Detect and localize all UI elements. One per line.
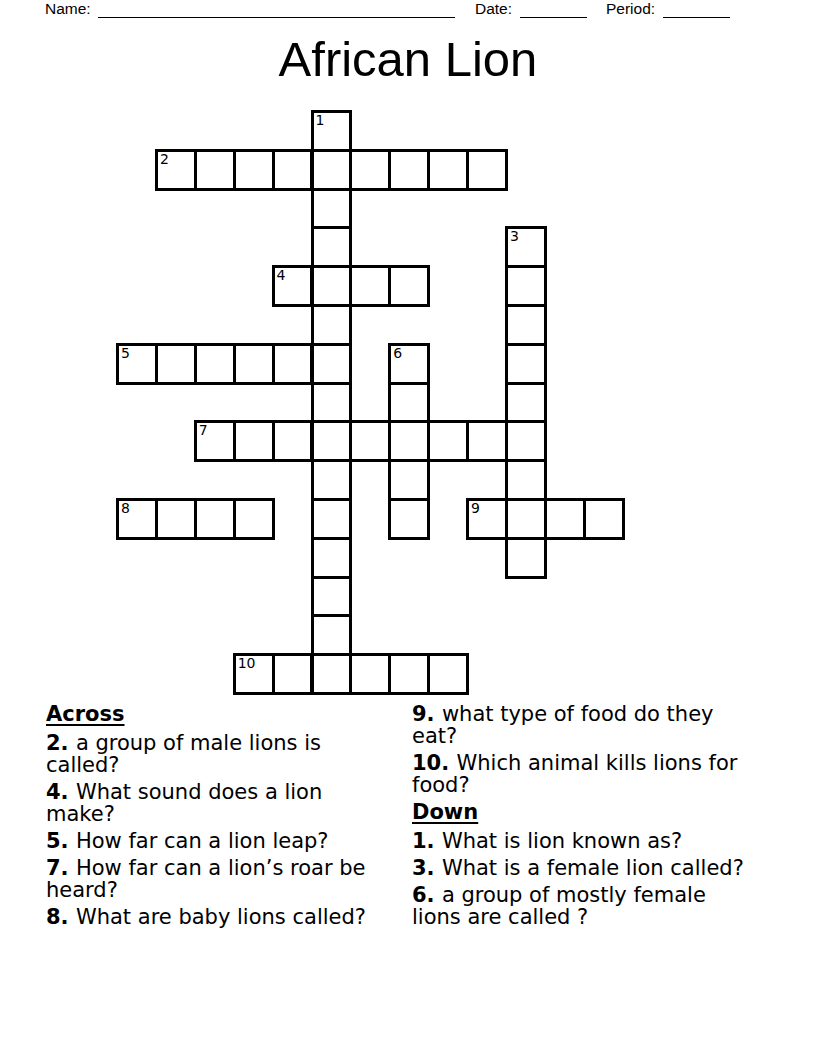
crossword-cell-r14c8[interactable]	[427, 653, 469, 695]
crossword-cell-r8c4[interactable]	[272, 420, 314, 462]
crossword-cell-r13c5[interactable]	[311, 614, 353, 656]
crossword-cell-r6c7[interactable]: 6	[388, 343, 430, 385]
clue-9: 9. what type of food do theyeat?	[412, 703, 744, 747]
crossword-cell-r8c5[interactable]	[311, 420, 353, 462]
crossword-cell-r1c4[interactable]	[272, 149, 314, 191]
cell-number-8: 8	[121, 501, 130, 516]
clues-heading-across: Across	[46, 703, 366, 725]
crossword-cell-r9c7[interactable]	[388, 459, 430, 501]
crossword-cell-r6c3[interactable]	[233, 343, 275, 385]
crossword-cell-r7c7[interactable]	[388, 382, 430, 424]
crossword-cell-r8c2[interactable]: 7	[194, 420, 236, 462]
crossword-grid: 12345678910	[116, 110, 625, 696]
cell-number-9: 9	[471, 501, 480, 516]
crossword-cell-r10c3[interactable]	[233, 498, 275, 540]
crossword-cell-r7c5[interactable]	[311, 382, 353, 424]
crossword-cell-r4c5[interactable]	[311, 265, 353, 307]
crossword-cell-r1c5[interactable]	[311, 149, 353, 191]
crossword-cell-r6c5[interactable]	[311, 343, 353, 385]
clue-number-label: 8.	[46, 905, 76, 929]
clue-number-label: 3.	[412, 856, 442, 880]
crossword-cell-r10c10[interactable]	[505, 498, 547, 540]
clue-8: 8. What are baby lions called?	[46, 906, 366, 928]
crossword-cell-r2c5[interactable]	[311, 188, 353, 230]
crossword-cell-r10c9[interactable]: 9	[466, 498, 508, 540]
clue-3: 3. What is a female lion called?	[412, 857, 744, 879]
crossword-cell-r1c3[interactable]	[233, 149, 275, 191]
date-label: Date:	[475, 0, 512, 18]
crossword-cell-r14c4[interactable]	[272, 653, 314, 695]
crossword-cell-r10c0[interactable]: 8	[116, 498, 158, 540]
crossword-cell-r5c10[interactable]	[505, 304, 547, 346]
crossword-cell-r10c5[interactable]	[311, 498, 353, 540]
crossword-cell-r11c5[interactable]	[311, 537, 353, 579]
crossword-cell-r1c6[interactable]	[349, 149, 391, 191]
clue-number-label: 6.	[412, 883, 442, 907]
crossword-cell-r4c6[interactable]	[349, 265, 391, 307]
cell-number-7: 7	[199, 423, 208, 438]
clue-2: 2. a group of male lions iscalled?	[46, 732, 366, 776]
crossword-cell-r7c10[interactable]	[505, 382, 547, 424]
clue-4: 4. What sound does a lionmake?	[46, 781, 366, 825]
crossword-cell-r3c10[interactable]: 3	[505, 226, 547, 268]
crossword-cell-r1c7[interactable]	[388, 149, 430, 191]
crossword-cell-r1c8[interactable]	[427, 149, 469, 191]
clue-number-label: 9.	[412, 702, 442, 726]
clue-10: 10. Which animal kills lions forfood?	[412, 752, 744, 796]
clue-1: 1. What is lion known as?	[412, 830, 744, 852]
crossword-cell-r10c2[interactable]	[194, 498, 236, 540]
crossword-cell-r9c10[interactable]	[505, 459, 547, 501]
crossword-cell-r1c1[interactable]: 2	[155, 149, 197, 191]
crossword-cell-r6c2[interactable]	[194, 343, 236, 385]
crossword-cell-r1c2[interactable]	[194, 149, 236, 191]
clue-number-label: 5.	[46, 829, 76, 853]
crossword-cell-r6c1[interactable]	[155, 343, 197, 385]
clue-number-label: 1.	[412, 829, 442, 853]
clue-number-label: 7.	[46, 856, 76, 880]
crossword-cell-r10c7[interactable]	[388, 498, 430, 540]
clue-number-label: 10.	[412, 751, 457, 775]
crossword-cell-r10c11[interactable]	[544, 498, 586, 540]
crossword-cell-r9c5[interactable]	[311, 459, 353, 501]
cell-number-3: 3	[510, 229, 519, 244]
crossword-cell-r8c9[interactable]	[466, 420, 508, 462]
date-blank[interactable]	[520, 16, 587, 18]
crossword-cell-r4c4[interactable]: 4	[272, 265, 314, 307]
crossword-cell-r6c10[interactable]	[505, 343, 547, 385]
crossword-cell-r3c5[interactable]	[311, 226, 353, 268]
crossword-cell-r1c9[interactable]	[466, 149, 508, 191]
crossword-cell-r6c4[interactable]	[272, 343, 314, 385]
crossword-cell-r8c8[interactable]	[427, 420, 469, 462]
clue-number-label: 2.	[46, 731, 76, 755]
period-label: Period:	[606, 0, 655, 18]
period-blank[interactable]	[663, 16, 730, 18]
crossword-cell-r5c5[interactable]	[311, 304, 353, 346]
cell-number-1: 1	[316, 113, 325, 128]
crossword-cell-r8c3[interactable]	[233, 420, 275, 462]
crossword-cell-r14c3[interactable]: 10	[233, 653, 275, 695]
clue-7: 7. How far can a lion’s roar beheard?	[46, 857, 366, 901]
cell-number-4: 4	[277, 268, 286, 283]
crossword-cell-r8c10[interactable]	[505, 420, 547, 462]
clue-6: 6. a group of mostly femalelions are cal…	[412, 884, 744, 928]
crossword-cell-r10c12[interactable]	[583, 498, 625, 540]
clues-column-left: Across2. a group of male lions iscalled?…	[46, 703, 366, 933]
cell-number-6: 6	[393, 346, 402, 361]
cell-number-2: 2	[160, 152, 169, 167]
crossword-cell-r10c1[interactable]	[155, 498, 197, 540]
clues-column-right: 9. what type of food do theyeat?10. Whic…	[412, 703, 744, 933]
cell-number-10: 10	[238, 656, 256, 671]
name-blank[interactable]	[98, 16, 455, 18]
crossword-cell-r6c0[interactable]: 5	[116, 343, 158, 385]
crossword-cell-r14c5[interactable]	[311, 653, 353, 695]
crossword-cell-r4c10[interactable]	[505, 265, 547, 307]
name-label: Name:	[45, 0, 91, 18]
crossword-cell-r0c5[interactable]: 1	[311, 110, 353, 152]
clue-5: 5. How far can a lion leap?	[46, 830, 366, 852]
clues-heading-down: Down	[412, 801, 744, 823]
crossword-cell-r12c5[interactable]	[311, 576, 353, 618]
crossword-cell-r8c7[interactable]	[388, 420, 430, 462]
crossword-cell-r14c7[interactable]	[388, 653, 430, 695]
worksheet-page: { "game": "crossword", "title": "African…	[0, 0, 816, 1056]
crossword-cell-r11c10[interactable]	[505, 537, 547, 579]
clue-number-label: 4.	[46, 780, 76, 804]
crossword-cell-r14c6[interactable]	[349, 653, 391, 695]
crossword-cell-r8c6[interactable]	[349, 420, 391, 462]
crossword-cell-r4c7[interactable]	[388, 265, 430, 307]
cell-number-5: 5	[121, 346, 130, 361]
page-title: African Lion	[0, 35, 816, 84]
